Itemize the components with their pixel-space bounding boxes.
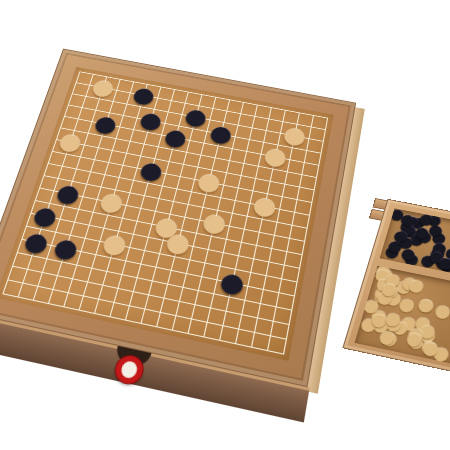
go-board: ●●●●●●●●●●●●●●●●●●●●●●●	[0, 49, 356, 388]
tray-compartment-white-stones[interactable]: ●●●●●●●●●●●●●●●●●●●●●●●●●●●●●●●●●●●●●●●●	[355, 266, 450, 366]
tray-body: ●●●●●●●●●●●●●●●●●●●●●●●●●●●●●●●●●● ●●●●●…	[342, 199, 450, 376]
black-stone[interactable]: ●	[216, 267, 249, 298]
white-stone[interactable]: ●	[193, 168, 225, 195]
white-stone[interactable]: ●	[95, 188, 128, 216]
black-stone[interactable]: ●	[49, 233, 83, 263]
black-stone[interactable]: ●	[90, 111, 122, 137]
white-stone[interactable]: ●	[162, 228, 195, 257]
white-stone[interactable]: ●	[98, 229, 132, 258]
white-stone[interactable]: ●	[260, 143, 291, 170]
stone-tray: ●●●●●●●●●●●●●●●●●●●●●●●●●●●●●●●●●● ●●●●●…	[342, 199, 450, 376]
tray-white-stone: ●	[433, 302, 450, 321]
tray-white-stone: ●	[407, 276, 426, 295]
tray-black-stone: ●	[437, 254, 450, 271]
tray-white-stone: ●	[421, 338, 441, 358]
black-stone[interactable]: ●	[129, 82, 160, 107]
white-stone[interactable]: ●	[88, 75, 119, 99]
white-stone[interactable]: ●	[249, 192, 281, 220]
board-grid[interactable]: ●●●●●●●●●●●●●●●●●●●●●●●	[2, 71, 328, 354]
white-stone[interactable]: ●	[198, 208, 230, 237]
product-photo: ●●●●●●●●●●●●●●●●●●●●●●● ●●●●●●●●●●●●●●●●…	[0, 0, 450, 450]
board-surface[interactable]: ●●●●●●●●●●●●●●●●●●●●●●●	[0, 67, 334, 361]
black-stone[interactable]: ●	[136, 107, 167, 132]
black-stone[interactable]: ●	[136, 157, 168, 184]
black-stone[interactable]: ●	[20, 227, 55, 256]
black-stone[interactable]: ●	[160, 124, 191, 150]
white-stone[interactable]: ●	[54, 128, 86, 154]
black-stone[interactable]: ●	[206, 120, 237, 146]
